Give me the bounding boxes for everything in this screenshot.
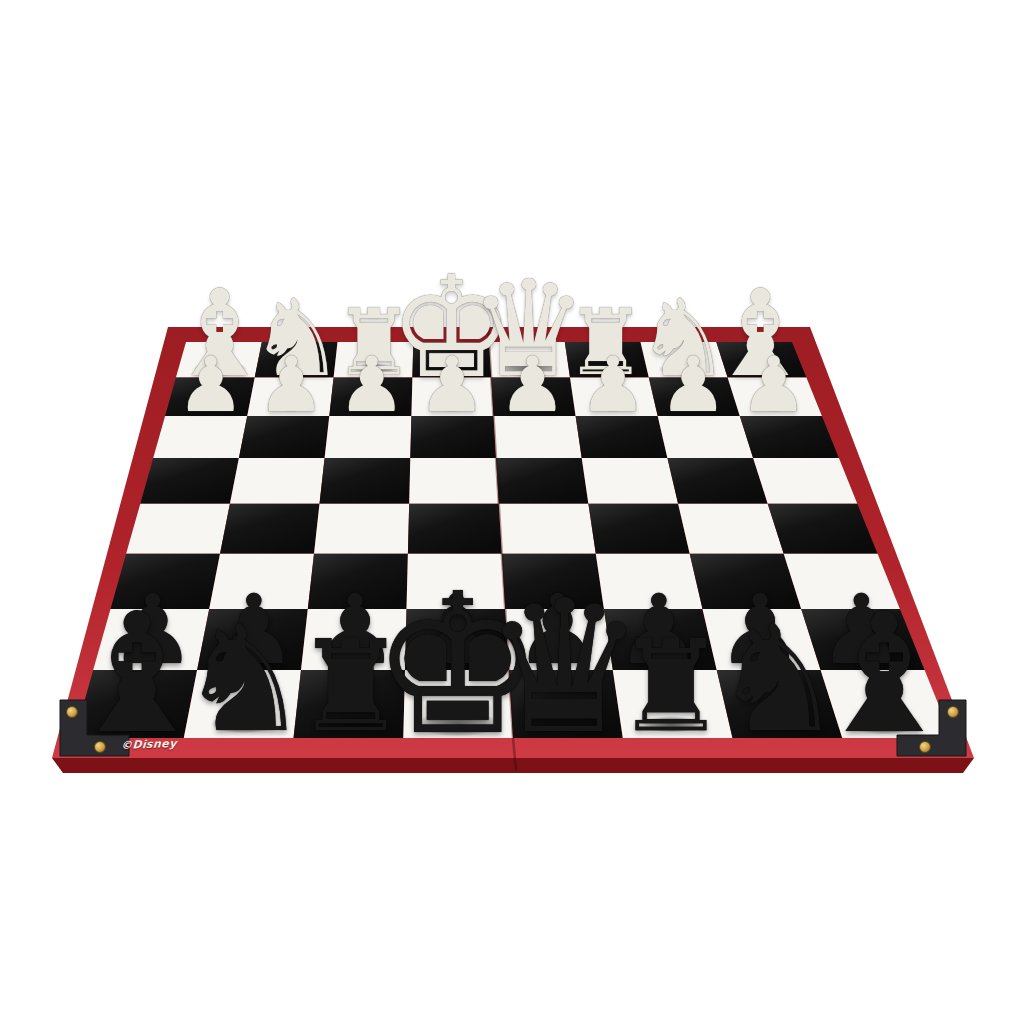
- piece-black-bishop[interactable]: ♝: [810, 592, 958, 758]
- square-r4c0[interactable]: [126, 504, 230, 554]
- square-r4c1[interactable]: [220, 504, 320, 554]
- piece-white-pawn[interactable]: ♟: [418, 347, 486, 423]
- square-r3c2[interactable]: [320, 458, 411, 504]
- square-r3c6[interactable]: [667, 458, 767, 504]
- piece-black-rook[interactable]: ♜: [615, 624, 728, 750]
- piece-white-pawn[interactable]: ♟: [579, 347, 647, 423]
- square-r3c3[interactable]: [409, 458, 499, 504]
- square-r3c4[interactable]: [496, 458, 588, 504]
- piece-white-pawn[interactable]: ♟: [177, 347, 245, 423]
- copyright-text: ©Disney: [121, 737, 178, 752]
- piece-white-pawn[interactable]: ♟: [498, 347, 566, 423]
- square-r4c4[interactable]: [499, 504, 596, 554]
- piece-black-knight[interactable]: ♞: [178, 607, 310, 754]
- square-r4c5[interactable]: [588, 504, 689, 554]
- chess-board: [0, 0, 1024, 1024]
- piece-white-pawn[interactable]: ♟: [337, 347, 405, 423]
- square-r3c5[interactable]: [582, 458, 678, 504]
- square-r3c1[interactable]: [230, 458, 325, 504]
- square-r4c3[interactable]: [408, 504, 502, 554]
- piece-white-pawn[interactable]: ♟: [659, 347, 727, 423]
- square-r4c6[interactable]: [678, 504, 784, 554]
- product-photo: ♝♞♜♚♛♜♞♝♟♟♟♟♟♟♟♟♟♟♟♟♟♟♟♟♝♞♜♚♛♜♞♝ ©Disney: [0, 0, 1024, 1024]
- square-r3c0[interactable]: [140, 458, 239, 504]
- piece-white-pawn[interactable]: ♟: [740, 347, 808, 423]
- square-r4c2[interactable]: [314, 504, 409, 554]
- piece-white-pawn[interactable]: ♟: [257, 347, 325, 423]
